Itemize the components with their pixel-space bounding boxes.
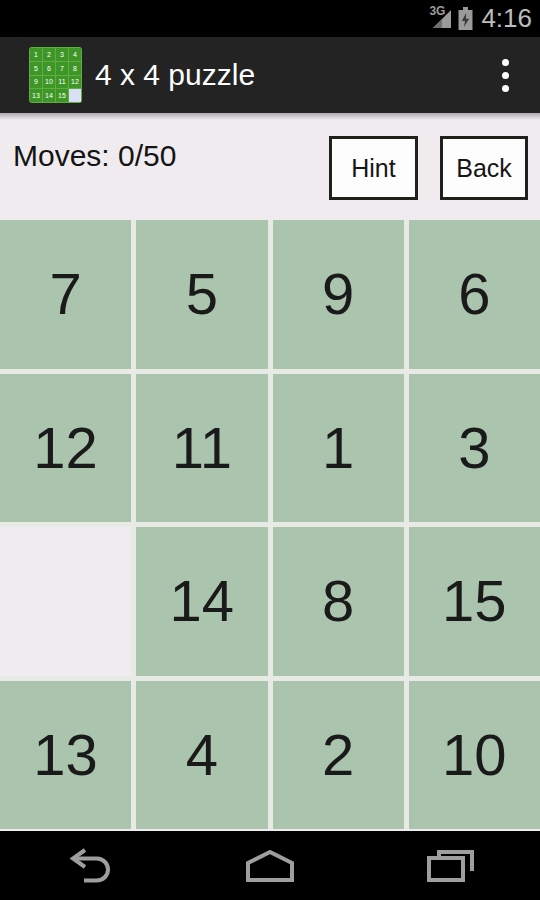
- network-type-label: 3G: [429, 4, 445, 18]
- puzzle-tile-8[interactable]: 8: [273, 527, 404, 676]
- icon-tile: 6: [43, 62, 55, 75]
- puzzle-tile-4[interactable]: 4: [136, 681, 267, 830]
- status-bar: 3G 4:16: [0, 0, 540, 37]
- puzzle-tile-2[interactable]: 2: [273, 681, 404, 830]
- puzzle-tile-1[interactable]: 1: [273, 374, 404, 523]
- hint-button[interactable]: Hint: [329, 136, 418, 200]
- toolbar: Moves: 0/50 Hint Back: [0, 113, 540, 220]
- puzzle-tile-3[interactable]: 3: [409, 374, 540, 523]
- puzzle-tile-10[interactable]: 10: [409, 681, 540, 830]
- icon-tile: 12: [69, 76, 81, 89]
- puzzle-tile-15[interactable]: 15: [409, 527, 540, 676]
- puzzle-board: 759612111314815134210: [0, 220, 540, 829]
- icon-tile: 7: [56, 62, 68, 75]
- moves-counter: Moves: 0/50: [13, 139, 176, 173]
- puzzle-tile-12[interactable]: 12: [0, 374, 131, 523]
- icon-tile: 9: [30, 76, 42, 89]
- icon-tile: 10: [43, 76, 55, 89]
- recents-icon: [425, 849, 475, 883]
- overflow-menu-button[interactable]: [482, 37, 528, 113]
- action-bar: 123456789101112131415 4 x 4 puzzle: [0, 37, 540, 113]
- status-clock: 4:16: [481, 3, 532, 34]
- overflow-dot: [502, 85, 509, 92]
- nav-back-button[interactable]: [50, 843, 130, 889]
- nav-recents-button[interactable]: [410, 843, 490, 889]
- icon-tile: 4: [69, 48, 81, 61]
- icon-tile: 2: [43, 48, 55, 61]
- icon-tile: 1: [30, 48, 42, 61]
- puzzle-tile-7[interactable]: 7: [0, 220, 131, 369]
- back-button[interactable]: Back: [440, 136, 528, 200]
- icon-tile: 13: [30, 89, 42, 102]
- navigation-bar: [0, 831, 540, 900]
- empty-cell: [0, 527, 131, 676]
- phone-screen: 3G 4:16 123456789101112131415 4 x 4 puzz…: [0, 0, 540, 900]
- icon-tile: 3: [56, 48, 68, 61]
- icon-tile: 14: [43, 89, 55, 102]
- icon-tile: 8: [69, 62, 81, 75]
- app-title: 4 x 4 puzzle: [95, 58, 255, 92]
- puzzle-tile-13[interactable]: 13: [0, 681, 131, 830]
- back-arrow-icon: [66, 847, 114, 884]
- battery-charging-icon: [457, 7, 474, 31]
- puzzle-tile-5[interactable]: 5: [136, 220, 267, 369]
- nav-home-button[interactable]: [230, 843, 310, 889]
- icon-tile: 5: [30, 62, 42, 75]
- puzzle-tile-11[interactable]: 11: [136, 374, 267, 523]
- icon-tile: 15: [56, 89, 68, 102]
- overflow-dot: [502, 59, 509, 66]
- puzzle-tile-9[interactable]: 9: [273, 220, 404, 369]
- app-icon: 123456789101112131415: [29, 47, 82, 103]
- home-icon: [244, 850, 296, 882]
- puzzle-tile-14[interactable]: 14: [136, 527, 267, 676]
- icon-empty-cell: [69, 89, 81, 102]
- overflow-dot: [502, 72, 509, 79]
- puzzle-tile-6[interactable]: 6: [409, 220, 540, 369]
- icon-tile: 11: [56, 76, 68, 89]
